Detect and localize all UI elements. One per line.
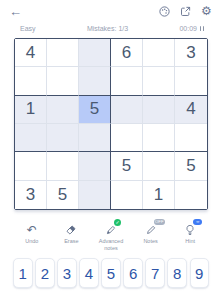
advanced-notes-label: Advanced notes — [99, 238, 123, 251]
cell-r3c6[interactable]: 4 — [175, 96, 207, 124]
cell-r6c6[interactable] — [175, 181, 207, 209]
cell-r1c1[interactable]: 4 — [15, 39, 47, 67]
cell-r4c3[interactable] — [79, 124, 111, 152]
settings-icon[interactable]: ⚙ — [200, 5, 213, 18]
cell-r4c2[interactable] — [47, 124, 79, 152]
notes-button[interactable]: OFFNotes — [131, 223, 171, 251]
notes-badge: OFF — [154, 219, 165, 225]
numpad: 123456789 — [13, 258, 209, 288]
numpad-1[interactable]: 1 — [13, 258, 33, 288]
sudoku-app: ← ⚙ Easy Mis — [0, 0, 222, 296]
numpad-8[interactable]: 8 — [167, 258, 187, 288]
back-button[interactable]: ← — [9, 5, 22, 18]
cell-r1c6[interactable]: 3 — [175, 39, 207, 67]
numpad-7[interactable]: 7 — [145, 258, 165, 288]
hint-badge: ∞ — [193, 219, 202, 225]
pause-button[interactable] — [200, 26, 205, 32]
advanced-notes-badge: ✓ — [114, 219, 121, 226]
toolbar: ↶UndoErase✓Advanced notesOFFNotes∞Hint — [12, 223, 210, 251]
difficulty-label[interactable]: Easy — [20, 25, 36, 32]
advanced-notes-button[interactable]: ✓Advanced notes — [91, 223, 131, 251]
status-row: Easy Mistakes: 1/3 00:09 — [20, 25, 204, 32]
cell-r4c6[interactable] — [175, 124, 207, 152]
numpad-2[interactable]: 2 — [35, 258, 55, 288]
pen-icon: ✓ — [105, 223, 117, 236]
undo-button[interactable]: ↶Undo — [12, 223, 52, 251]
cell-r5c4[interactable]: 5 — [111, 152, 143, 180]
numpad-5[interactable]: 5 — [101, 258, 121, 288]
cell-r3c3[interactable]: 5 — [79, 96, 111, 124]
cell-r2c6[interactable] — [175, 67, 207, 95]
timer-group: 00:09 — [179, 25, 204, 32]
notes-label: Notes — [143, 238, 157, 245]
numpad-6[interactable]: 6 — [123, 258, 143, 288]
cell-r2c5[interactable] — [143, 67, 175, 95]
cell-r4c1[interactable] — [15, 124, 47, 152]
cell-r2c4[interactable] — [111, 67, 143, 95]
hint-label: Hint — [185, 238, 195, 245]
pencil-icon: OFF — [145, 223, 157, 236]
cell-r2c2[interactable] — [47, 67, 79, 95]
cell-r6c3[interactable] — [79, 181, 111, 209]
cell-r5c2[interactable] — [47, 152, 79, 180]
mistakes-counter: Mistakes: 1/3 — [87, 25, 128, 32]
cell-r2c3[interactable] — [79, 67, 111, 95]
cell-r6c1[interactable]: 3 — [15, 181, 47, 209]
topbar-actions: ⚙ — [158, 5, 213, 18]
top-bar: ← ⚙ — [0, 0, 222, 22]
palette-icon[interactable] — [158, 5, 171, 18]
undo-icon: ↶ — [27, 223, 37, 236]
hint-button[interactable]: ∞Hint — [170, 223, 210, 251]
numpad-9[interactable]: 9 — [190, 258, 210, 288]
share-icon[interactable] — [179, 5, 192, 18]
cell-r3c5[interactable] — [143, 96, 175, 124]
cell-r6c2[interactable]: 5 — [47, 181, 79, 209]
cell-r5c6[interactable]: 5 — [175, 152, 207, 180]
cell-r1c3[interactable] — [79, 39, 111, 67]
cell-r3c4[interactable] — [111, 96, 143, 124]
cell-r6c4[interactable] — [111, 181, 143, 209]
cell-r4c4[interactable] — [111, 124, 143, 152]
cell-r1c2[interactable] — [47, 39, 79, 67]
erase-label: Erase — [64, 238, 78, 245]
erase-button[interactable]: Erase — [52, 223, 92, 251]
cell-r3c2[interactable] — [47, 96, 79, 124]
numpad-3[interactable]: 3 — [57, 258, 77, 288]
cell-r2c1[interactable] — [15, 67, 47, 95]
bulb-icon: ∞ — [184, 223, 196, 236]
timer-value: 00:09 — [179, 25, 197, 32]
eraser-icon — [65, 223, 77, 236]
cell-r3c1[interactable]: 1 — [15, 96, 47, 124]
cell-r1c4[interactable]: 6 — [111, 39, 143, 67]
numpad-4[interactable]: 4 — [79, 258, 99, 288]
cell-r5c5[interactable] — [143, 152, 175, 180]
sudoku-board: 46315455351 — [14, 38, 208, 210]
cell-r5c1[interactable] — [15, 152, 47, 180]
undo-label: Undo — [25, 238, 38, 245]
cell-r4c5[interactable] — [143, 124, 175, 152]
cell-r1c5[interactable] — [143, 39, 175, 67]
cell-r5c3[interactable] — [79, 152, 111, 180]
cell-r6c5[interactable]: 1 — [143, 181, 175, 209]
